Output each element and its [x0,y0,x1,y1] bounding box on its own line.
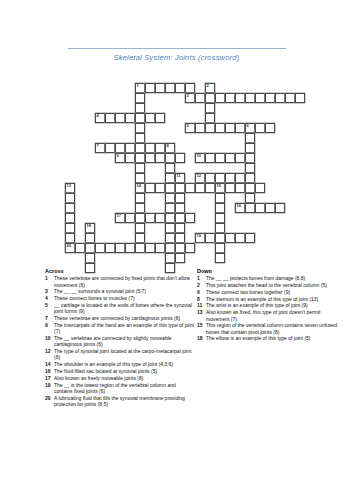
empty-cell [215,103,225,113]
empty-cell [105,123,115,133]
crossword-cell[interactable] [245,203,255,213]
empty-cell [185,203,195,213]
empty-cell [195,143,205,153]
clue-number: 3 [187,94,189,98]
crossword-cell[interactable] [175,213,185,223]
crossword-cell[interactable] [125,153,135,163]
empty-cell [285,113,295,123]
empty-cell [95,163,105,173]
crossword-cell[interactable] [275,203,285,213]
clue-number: 6 [247,124,249,128]
crossword-cell[interactable] [125,113,135,123]
down-clue: 6These connect two bones together (9) [197,289,343,295]
crossword-cell[interactable] [225,173,235,183]
crossword-cell[interactable] [235,183,245,193]
crossword-cell[interactable] [105,243,115,253]
empty-cell [125,223,135,233]
empty-cell [275,123,285,133]
crossword-cell[interactable]: 1 [135,83,145,93]
crossword-cell[interactable] [185,83,195,93]
crossword-cell[interactable] [225,183,235,193]
empty-cell [295,153,305,163]
crossword-cell[interactable] [145,243,155,253]
crossword-cell[interactable] [165,83,175,93]
clue-number: 6 [197,289,206,295]
empty-cell [295,133,305,143]
crossword-cell[interactable] [195,123,205,133]
empty-cell [195,253,205,263]
empty-cell [105,213,115,223]
crossword-cell[interactable] [155,153,165,163]
crossword-cell[interactable] [125,143,135,153]
empty-cell [145,223,155,233]
crossword-cell[interactable] [85,233,95,243]
crossword-cell[interactable] [215,233,225,243]
crossword-cell[interactable]: 10 [195,153,205,163]
crossword-cell[interactable] [135,223,145,233]
empty-cell [165,133,175,143]
empty-cell [285,163,295,173]
crossword-cell[interactable] [235,233,245,243]
across-clue: 4These connect bones to muscles (7) [45,295,195,301]
crossword-cell[interactable] [175,233,185,243]
clue-number: 4 [97,114,99,118]
crossword-cell[interactable] [145,143,155,153]
crossword-cell[interactable] [165,223,175,233]
crossword-cell[interactable] [255,183,265,193]
crossword-cell[interactable] [165,173,175,183]
crossword-cell[interactable] [205,183,215,193]
empty-cell [105,163,115,173]
clue-number: 5 [45,302,54,315]
empty-cell [205,223,215,233]
empty-cell [155,203,165,213]
crossword-cell[interactable] [65,233,75,243]
crossword-cell[interactable] [135,163,145,173]
crossword-cell[interactable] [265,93,275,103]
empty-cell [225,103,235,113]
crossword-cell[interactable] [255,93,265,103]
crossword-cell[interactable]: 3 [185,93,195,103]
empty-cell [145,253,155,263]
crossword-cell[interactable] [255,123,265,133]
crossword-cell[interactable] [125,213,135,223]
clue-text: The __ is the lowest region of the verte… [54,382,195,395]
crossword-cell[interactable] [245,93,255,103]
empty-cell [125,203,135,213]
crossword-cell[interactable] [205,233,215,243]
crossword-cell[interactable] [135,93,145,103]
crossword-cell[interactable] [235,93,245,103]
crossword-cell[interactable]: 16 [235,203,245,213]
crossword-cell[interactable] [215,243,225,253]
crossword-cell[interactable] [245,183,255,193]
crossword-cell[interactable] [165,213,175,223]
crossword-cell[interactable] [135,113,145,123]
empty-cell [275,213,285,223]
crossword-cell[interactable] [145,213,155,223]
crossword-cell[interactable] [85,243,95,253]
empty-cell [115,103,125,113]
crossword-cell[interactable] [215,193,225,203]
empty-cell [75,213,85,223]
title-divider-line [68,48,286,49]
empty-cell [265,113,275,123]
empty-cell [215,163,225,173]
across-clue: 19The __ is the lowest region of the ver… [45,382,195,395]
crossword-cell[interactable] [155,143,165,153]
crossword-cell[interactable] [165,153,175,163]
empty-cell [115,223,125,233]
crossword-cell[interactable] [135,193,145,203]
empty-cell [65,163,75,173]
empty-cell [105,193,115,203]
empty-cell [145,203,155,213]
crossword-cell[interactable]: 14 [135,183,145,193]
empty-cell [105,203,115,213]
crossword-cell[interactable] [275,93,285,103]
clue-number: 14 [45,361,54,367]
crossword-cell[interactable]: 19 [195,233,205,243]
crossword-cell[interactable]: 18 [85,223,95,233]
crossword-cell[interactable] [135,153,145,163]
crossword-cell[interactable] [175,243,185,253]
crossword-cell[interactable] [165,233,175,243]
crossword-cell[interactable] [235,173,245,183]
empty-cell [85,173,95,183]
crossword-cell[interactable]: 20 [65,243,75,253]
empty-cell [265,143,275,153]
crossword-cell[interactable] [295,93,305,103]
crossword-cell[interactable] [205,153,215,163]
down-clues: Down 1The __ __ protects bones from dama… [197,268,343,342]
empty-cell [65,113,75,123]
clue-text: The elbow is an example of this type of … [206,335,343,341]
clue-number: 7 [45,315,54,321]
empty-cell [255,153,265,163]
crossword-cell[interactable]: 12 [195,173,205,183]
clue-text: Also known as freely moveable joints (8) [54,375,195,381]
crossword-cell[interactable] [65,193,75,203]
empty-cell [295,223,305,233]
across-clues: Across 1These vertebrae are connected by… [45,268,195,408]
empty-cell [75,103,85,113]
crossword-cell[interactable] [225,233,235,243]
crossword-cell[interactable] [95,243,105,253]
crossword-cell[interactable] [205,93,215,103]
crossword-cell[interactable] [115,143,125,153]
empty-cell [95,203,105,213]
crossword-cell[interactable] [225,93,235,103]
empty-cell [65,143,75,153]
crossword-cell[interactable] [255,203,265,213]
empty-cell [295,193,305,203]
empty-cell [85,113,95,123]
across-clue: 20A lubricating fluid that fills the syn… [45,395,195,408]
clue-text: A lubricating fluid that fills the synov… [54,395,195,408]
empty-cell [265,153,275,163]
crossword-cell[interactable] [215,253,225,263]
empty-cell [105,133,115,143]
crossword-cell[interactable] [65,213,75,223]
empty-cell [215,143,225,153]
crossword-cell[interactable] [145,113,155,123]
empty-cell [285,243,295,253]
empty-cell [175,113,185,123]
empty-cell [185,193,195,203]
empty-cell [105,223,115,233]
empty-cell [275,103,285,113]
empty-cell [165,93,175,103]
crossword-cell[interactable] [165,163,175,173]
crossword-cell[interactable] [225,123,235,133]
empty-cell [75,253,85,263]
crossword-cell[interactable] [245,233,255,243]
empty-cell [255,253,265,263]
clue-number: 4 [45,295,54,301]
empty-cell [295,233,305,243]
crossword-cell[interactable] [135,203,145,213]
empty-cell [285,103,295,113]
empty-cell [75,93,85,103]
crossword-cell[interactable] [245,173,255,183]
empty-cell [165,123,175,133]
empty-cell [185,113,195,123]
empty-cell [285,233,295,243]
crossword-cell[interactable] [205,103,215,113]
crossword-cell[interactable] [105,143,115,153]
crossword-cell[interactable] [165,243,175,253]
crossword-cell[interactable] [245,133,255,143]
crossword-cell[interactable] [165,193,175,203]
empty-cell [75,123,85,133]
crossword-cell[interactable] [165,253,175,263]
empty-cell [295,143,305,153]
crossword-cell[interactable] [145,153,155,163]
crossword-cell[interactable]: 9 [115,153,125,163]
empty-cell [255,193,265,203]
crossword-cell[interactable] [215,213,225,223]
crossword-cell[interactable] [135,243,145,253]
crossword-cell[interactable]: 7 [95,143,105,153]
empty-cell [265,173,275,183]
clue-number: 19 [45,382,54,395]
across-clue-list: 1These vertebrae are connected by fixed … [45,275,195,407]
empty-cell [185,153,195,163]
empty-cell [235,243,245,253]
empty-cell [195,163,205,173]
empty-cell [265,133,275,143]
empty-cell [195,83,205,93]
crossword-cell[interactable] [115,113,125,123]
crossword-cell[interactable] [135,133,145,143]
crossword-cell[interactable] [185,213,195,223]
crossword-cell[interactable] [185,243,195,253]
empty-cell [225,243,235,253]
empty-cell [265,243,275,253]
empty-cell [285,223,295,233]
crossword-cell[interactable] [205,173,215,183]
crossword-cell[interactable] [215,203,225,213]
empty-cell [275,173,285,183]
crossword-cell[interactable] [215,153,225,163]
empty-cell [225,223,235,233]
empty-cell [155,133,165,143]
clue-number: 19 [197,234,201,238]
empty-cell [155,123,165,133]
crossword-cell[interactable] [155,113,165,123]
crossword-cell[interactable] [155,213,165,223]
crossword-cell[interactable] [175,193,185,203]
crossword-cell[interactable] [265,123,275,133]
crossword-cell[interactable] [135,103,145,113]
empty-cell [85,143,95,153]
empty-cell [85,163,95,173]
crossword-cell[interactable] [175,223,185,233]
empty-cell [145,193,155,203]
clue-text: These connect bones to muscles (7) [54,295,195,301]
crossword-cell[interactable] [85,253,95,263]
empty-cell [85,193,95,203]
empty-cell [225,253,235,263]
crossword-cell[interactable]: 4 [95,113,105,123]
crossword-cell[interactable]: 15 [215,183,225,193]
crossword-cell[interactable] [195,183,205,193]
crossword-cell[interactable] [175,83,185,93]
crossword-cell[interactable]: 11 [175,173,185,183]
crossword-cell[interactable] [125,243,135,253]
crossword-cell[interactable] [195,93,205,103]
crossword-cell[interactable] [265,203,275,213]
empty-cell [115,123,125,133]
empty-cell [295,123,305,133]
crossword-cell[interactable] [285,93,295,103]
empty-cell [245,113,255,123]
empty-cell [265,183,275,193]
crossword-cell[interactable] [75,243,85,253]
crossword-cell[interactable] [105,113,115,123]
empty-cell [125,103,135,113]
crossword-cell[interactable] [205,113,215,123]
down-clue: 11The wrist is an example of this type o… [197,302,343,308]
crossword-cell[interactable] [215,123,225,133]
empty-cell [145,93,155,103]
across-clue: 1These vertebrae are connected by fixed … [45,275,195,288]
empty-cell [165,113,175,123]
crossword-cell[interactable] [65,203,75,213]
empty-cell [255,143,265,153]
empty-cell [255,83,265,93]
crossword-cell[interactable] [135,233,145,243]
crossword-cell[interactable] [145,83,155,93]
empty-cell [105,83,115,93]
clue-number: 16 [45,368,54,374]
empty-cell [245,83,255,93]
crossword-cell[interactable] [235,123,245,133]
crossword-cell[interactable]: 17 [115,213,125,223]
crossword-cell[interactable] [185,183,195,193]
crossword-cell[interactable] [135,123,145,133]
empty-cell [135,253,145,263]
empty-cell [195,243,205,253]
empty-cell [195,103,205,113]
down-clue: 13Also known as fixed, this type of join… [197,309,343,322]
crossword-cell[interactable]: 6 [245,123,255,133]
crossword-cell[interactable] [215,173,225,183]
empty-cell [245,223,255,233]
clue-number: 20 [45,395,54,408]
crossword-cell[interactable] [175,253,185,263]
clue-number: 18 [197,335,206,341]
empty-cell [105,103,115,113]
crossword-cell[interactable] [225,153,235,163]
crossword-cell[interactable]: 5 [185,123,195,133]
crossword-cell[interactable] [135,213,145,223]
empty-cell [175,103,185,113]
crossword-cell[interactable] [155,83,165,93]
empty-cell [205,163,215,173]
crossword-cell[interactable] [215,223,225,233]
crossword-cell[interactable] [175,183,185,193]
crossword-cell[interactable] [115,243,125,253]
crossword-cell[interactable] [135,173,145,183]
crossword-cell[interactable] [245,193,255,203]
crossword-cell[interactable] [175,203,185,213]
clue-text: The shoulder is an example of this type … [54,361,195,367]
clue-number: 9 [117,154,119,158]
crossword-cell[interactable] [235,153,245,163]
empty-cell [185,223,195,233]
crossword-cell[interactable] [215,93,225,103]
empty-cell [285,203,295,213]
crossword-cell[interactable] [205,123,215,133]
empty-cell [255,213,265,223]
crossword-cell[interactable] [135,143,145,153]
crossword-cell[interactable] [65,223,75,233]
clue-text: This joint attaches the head to the vert… [206,282,343,288]
crossword-cell[interactable] [245,153,255,163]
empty-cell [295,213,305,223]
empty-cell [105,183,115,193]
crossword-cell[interactable] [155,243,165,253]
crossword-cell[interactable]: 13 [65,183,75,193]
empty-cell [65,133,75,143]
empty-cell [215,113,225,123]
empty-cell [95,233,105,243]
crossword-cell[interactable] [165,203,175,213]
empty-cell [95,133,105,143]
empty-cell [75,143,85,153]
across-clue: 3The __ __ surrounds a synovial joint (5… [45,288,195,294]
crossword-cell[interactable] [245,163,255,173]
crossword-cell[interactable] [165,183,175,193]
crossword-cell[interactable] [175,153,185,163]
empty-cell [275,223,285,233]
crossword-cell[interactable] [145,183,155,193]
empty-cell [215,133,225,143]
crossword-cell[interactable]: 2 [205,83,215,93]
crossword-cell[interactable] [245,143,255,153]
crossword-cell[interactable]: 8 [165,143,175,153]
across-clue: 7These vertebrae are connected by cartil… [45,315,195,321]
empty-cell [255,233,265,243]
empty-cell [85,213,95,223]
crossword-cell[interactable] [155,183,165,193]
empty-cell [225,193,235,203]
empty-cell [75,83,85,93]
empty-cell [75,203,85,213]
down-clue: 1The __ __ protects bones from damage (8… [197,275,343,281]
